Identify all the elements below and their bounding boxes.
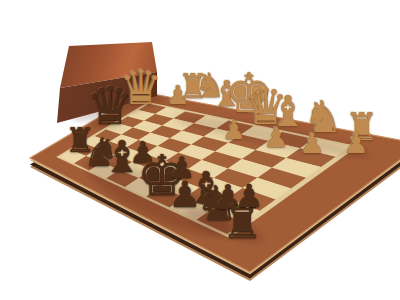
chess-piece-light-bishop: ♝: [269, 91, 307, 133]
chess-piece-dark-pawn: ♟: [130, 138, 157, 168]
chess-piece-dark-queen: ♛: [87, 80, 134, 132]
chess-piece-light-pawn: ♟: [299, 130, 324, 158]
chess-piece-dark-knight: ♞: [195, 179, 238, 227]
chess-piece-light-pawn: ♟: [263, 124, 288, 152]
chess-piece-dark-bishop: ♝: [102, 135, 141, 179]
chess-piece-light-pawn: ♟: [166, 82, 189, 108]
chess-piece-dark-pawn: ♟: [213, 180, 243, 214]
chess-piece-dark-pawn: ♟: [235, 180, 264, 212]
chess-set-photo: ♛♟♜♞♝♚♛♝♞♜♟♟♟♟♛♜♞♝♟♚♟♟♝♞♟♜♟: [0, 0, 400, 300]
chess-piece-light-queen: ♛: [244, 82, 289, 132]
chess-piece-light-pawn: ♟: [222, 117, 245, 143]
chess-piece-dark-pawn: ♟: [169, 177, 201, 213]
chess-piece-dark-pawn: ♟: [169, 153, 196, 183]
chess-piece-light-knight: ♞: [303, 95, 342, 139]
chess-piece-dark-knight: ♞: [83, 132, 119, 172]
chess-piece-light-king: ♚: [225, 67, 273, 121]
chess-piece-light-rook: ♜: [345, 108, 379, 146]
chess-piece-light-pawn: ♟: [343, 130, 368, 158]
chess-piece-dark-king: ♚: [137, 148, 187, 204]
chess-piece-light-knight: ♞: [195, 68, 225, 102]
chess-piece-light-queen: ♛: [119, 63, 162, 111]
pieces-layer: ♛♟♜♞♝♚♛♝♞♜♟♟♟♟♛♜♞♝♟♚♟♟♝♞♟♜♟: [0, 0, 400, 300]
chess-piece-dark-rook: ♜: [221, 199, 262, 245]
chess-piece-light-rook: ♜: [178, 69, 208, 103]
chess-piece-dark-bishop: ♝: [186, 166, 225, 210]
chess-piece-dark-rook: ♜: [65, 123, 95, 157]
chess-piece-light-bishop: ♝: [211, 76, 243, 112]
